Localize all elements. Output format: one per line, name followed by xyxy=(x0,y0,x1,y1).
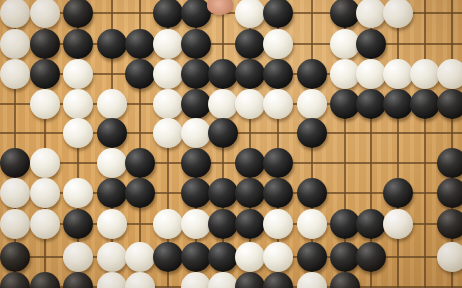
white-stone[interactable] xyxy=(0,59,30,89)
white-stone[interactable] xyxy=(153,59,183,89)
black-stone[interactable] xyxy=(437,209,462,239)
black-stone[interactable] xyxy=(97,118,127,148)
black-stone[interactable] xyxy=(263,59,293,89)
grid-line-horizontal xyxy=(0,162,462,164)
white-stone[interactable] xyxy=(208,272,238,288)
black-stone[interactable] xyxy=(63,29,93,59)
white-stone[interactable] xyxy=(263,242,293,272)
black-stone[interactable] xyxy=(125,59,155,89)
white-stone[interactable] xyxy=(97,89,127,119)
white-stone[interactable] xyxy=(30,148,60,178)
white-stone[interactable] xyxy=(383,59,413,89)
white-stone[interactable] xyxy=(63,242,93,272)
black-stone[interactable] xyxy=(181,29,211,59)
black-stone[interactable] xyxy=(208,242,238,272)
white-stone[interactable] xyxy=(383,0,413,28)
white-stone[interactable] xyxy=(125,272,155,288)
white-stone[interactable] xyxy=(208,89,238,119)
black-stone[interactable] xyxy=(297,118,327,148)
white-stone[interactable] xyxy=(97,148,127,178)
black-stone[interactable] xyxy=(437,178,462,208)
black-stone[interactable] xyxy=(410,89,440,119)
black-stone[interactable] xyxy=(356,209,386,239)
black-stone[interactable] xyxy=(437,89,462,119)
white-stone[interactable] xyxy=(30,209,60,239)
black-stone[interactable] xyxy=(263,178,293,208)
black-stone[interactable] xyxy=(63,209,93,239)
white-stone[interactable] xyxy=(437,59,462,89)
black-stone[interactable] xyxy=(235,178,265,208)
black-stone[interactable] xyxy=(97,178,127,208)
white-stone[interactable] xyxy=(97,209,127,239)
white-stone[interactable] xyxy=(263,89,293,119)
black-stone[interactable] xyxy=(125,178,155,208)
black-stone[interactable] xyxy=(0,148,30,178)
black-stone[interactable] xyxy=(125,29,155,59)
white-stone[interactable] xyxy=(63,118,93,148)
white-stone[interactable] xyxy=(0,29,30,59)
black-stone[interactable] xyxy=(208,118,238,148)
white-stone[interactable] xyxy=(263,29,293,59)
black-stone[interactable] xyxy=(263,0,293,28)
white-stone[interactable] xyxy=(153,118,183,148)
black-stone[interactable] xyxy=(383,89,413,119)
black-stone[interactable] xyxy=(181,89,211,119)
black-stone[interactable] xyxy=(208,178,238,208)
white-stone[interactable] xyxy=(63,59,93,89)
white-stone[interactable] xyxy=(63,89,93,119)
white-stone[interactable] xyxy=(97,242,127,272)
white-stone[interactable] xyxy=(181,209,211,239)
white-stone[interactable] xyxy=(181,118,211,148)
go-photo-frame xyxy=(0,0,462,288)
white-stone[interactable] xyxy=(153,29,183,59)
black-stone[interactable] xyxy=(63,0,93,28)
go-board[interactable] xyxy=(0,0,462,288)
black-stone[interactable] xyxy=(437,148,462,178)
black-stone[interactable] xyxy=(181,59,211,89)
black-stone[interactable] xyxy=(181,178,211,208)
white-stone[interactable] xyxy=(235,89,265,119)
black-stone[interactable] xyxy=(181,148,211,178)
black-stone[interactable] xyxy=(208,59,238,89)
white-stone[interactable] xyxy=(356,59,386,89)
black-stone[interactable] xyxy=(235,272,265,288)
white-stone[interactable] xyxy=(437,242,462,272)
black-stone[interactable] xyxy=(297,59,327,89)
black-stone[interactable] xyxy=(181,242,211,272)
black-stone[interactable] xyxy=(235,59,265,89)
white-stone[interactable] xyxy=(235,0,265,28)
white-stone[interactable] xyxy=(63,178,93,208)
black-stone[interactable] xyxy=(97,29,127,59)
black-stone[interactable] xyxy=(0,242,30,272)
white-stone[interactable] xyxy=(97,272,127,288)
white-stone[interactable] xyxy=(0,178,30,208)
black-stone[interactable] xyxy=(297,242,327,272)
white-stone[interactable] xyxy=(297,209,327,239)
black-stone[interactable] xyxy=(125,148,155,178)
white-stone[interactable] xyxy=(263,209,293,239)
white-stone[interactable] xyxy=(125,242,155,272)
black-stone[interactable] xyxy=(356,29,386,59)
black-stone[interactable] xyxy=(153,242,183,272)
white-stone[interactable] xyxy=(30,178,60,208)
black-stone[interactable] xyxy=(297,178,327,208)
black-stone[interactable] xyxy=(263,148,293,178)
black-stone[interactable] xyxy=(383,178,413,208)
white-stone[interactable] xyxy=(235,242,265,272)
black-stone[interactable] xyxy=(263,272,293,288)
black-stone[interactable] xyxy=(30,272,60,288)
white-stone[interactable] xyxy=(383,209,413,239)
black-stone[interactable] xyxy=(235,148,265,178)
white-stone[interactable] xyxy=(0,209,30,239)
white-stone[interactable] xyxy=(30,89,60,119)
black-stone[interactable] xyxy=(63,272,93,288)
black-stone[interactable] xyxy=(30,59,60,89)
white-stone[interactable] xyxy=(410,59,440,89)
black-stone[interactable] xyxy=(235,209,265,239)
white-stone[interactable] xyxy=(153,209,183,239)
white-stone[interactable] xyxy=(356,0,386,28)
white-stone[interactable] xyxy=(297,272,327,288)
white-stone[interactable] xyxy=(181,272,211,288)
black-stone[interactable] xyxy=(356,242,386,272)
white-stone[interactable] xyxy=(30,0,60,28)
black-stone[interactable] xyxy=(208,209,238,239)
black-stone[interactable] xyxy=(356,89,386,119)
black-stone[interactable] xyxy=(30,29,60,59)
black-stone[interactable] xyxy=(330,272,360,288)
black-stone[interactable] xyxy=(235,29,265,59)
white-stone[interactable] xyxy=(0,0,30,28)
white-stone[interactable] xyxy=(297,89,327,119)
black-stone[interactable] xyxy=(153,0,183,28)
white-stone[interactable] xyxy=(153,89,183,119)
black-stone[interactable] xyxy=(0,272,30,288)
